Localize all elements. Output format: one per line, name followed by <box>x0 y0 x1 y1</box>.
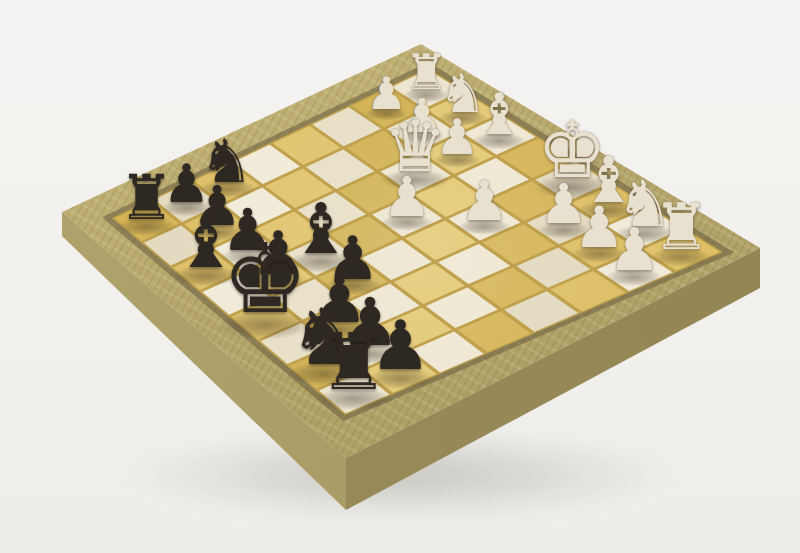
white-pawn-d4[interactable]: ♟ <box>382 170 431 225</box>
black-rook-a8[interactable]: ♜ <box>119 167 175 229</box>
piece-layer: ♜♟♞♟♝♟♛♚♞♟♝♟♟♜♟♟♞♟♜♟♝♝♟♟♟♚♟♟♞♟♜ <box>0 0 800 553</box>
white-pawn-e3[interactable]: ♟ <box>460 174 509 229</box>
white-bishop-c1[interactable]: ♝ <box>474 86 525 143</box>
white-pawn-h2[interactable]: ♟ <box>608 220 661 279</box>
chess-set-photo: ♜♟♞♟♝♟♛♚♞♟♝♟♟♜♟♟♞♟♜♟♝♝♟♟♟♚♟♟♞♟♜ <box>0 0 800 553</box>
white-rook-h1[interactable]: ♜ <box>652 195 709 259</box>
black-rook-h8[interactable]: ♜ <box>319 323 389 401</box>
